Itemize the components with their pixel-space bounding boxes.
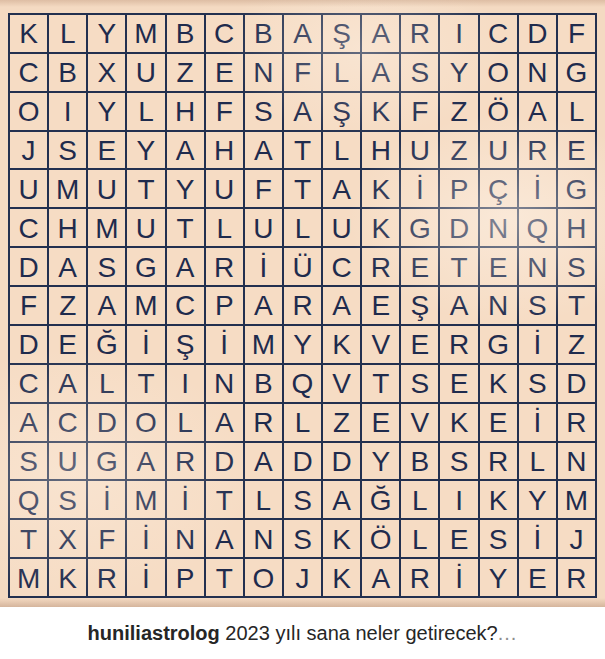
grid-cell: G: [558, 54, 595, 91]
cell-letter: A: [332, 487, 351, 515]
cell-letter: H: [58, 215, 78, 243]
grid-cell: Y: [519, 481, 556, 518]
word-grid: KLYMBCBAŞARICDFCBXUZENFLASYONGOIYLHFSAŞK…: [8, 13, 597, 598]
instagram-post: KLYMBCBAŞARICDFCBXUZENFLASYONGOIYLHFSAŞK…: [0, 0, 605, 659]
cell-letter: T: [294, 137, 311, 165]
grid-cell: S: [519, 365, 556, 402]
grid-cell: D: [440, 209, 477, 246]
cell-letter: E: [450, 526, 469, 554]
grid-cell: O: [245, 559, 282, 596]
cell-letter: E: [528, 565, 547, 593]
grid-cell: L: [401, 481, 438, 518]
grid-cell: L: [323, 54, 360, 91]
cell-letter: A: [371, 565, 390, 593]
cell-letter: L: [177, 409, 193, 437]
grid-cell: A: [167, 132, 204, 169]
cell-letter: Z: [177, 59, 194, 87]
cell-letter: L: [216, 215, 232, 243]
cell-letter: F: [294, 59, 311, 87]
cell-letter: D: [97, 409, 117, 437]
cell-letter: S: [97, 254, 116, 282]
cell-letter: J: [22, 137, 36, 165]
cell-letter: S: [528, 370, 547, 398]
grid-cell: J: [10, 132, 47, 169]
grid-cell: L: [245, 481, 282, 518]
cell-letter: F: [216, 98, 233, 126]
grid-cell: Ö: [480, 93, 517, 130]
grid-cell: A: [127, 443, 164, 480]
cell-letter: T: [216, 565, 233, 593]
cell-letter: Y: [97, 98, 116, 126]
grid-cell: A: [245, 132, 282, 169]
grid-cell: Y: [127, 132, 164, 169]
cell-letter: S: [293, 487, 312, 515]
grid-cell: M: [127, 287, 164, 324]
cell-letter: İ: [103, 487, 111, 515]
cell-letter: Ş: [176, 331, 195, 359]
cell-letter: B: [58, 59, 77, 87]
grid-cell: D: [88, 404, 125, 441]
grid-cell: D: [519, 15, 556, 52]
grid-cell: U: [88, 170, 125, 207]
cell-letter: R: [410, 20, 430, 48]
cell-letter: Q: [18, 487, 40, 515]
cell-letter: R: [214, 254, 234, 282]
grid-cell: U: [480, 132, 517, 169]
grid-cell: A: [49, 248, 86, 285]
grid-cell: İ: [519, 520, 556, 557]
grid-cell: F: [10, 287, 47, 324]
cell-letter: K: [489, 487, 508, 515]
cell-letter: Y: [528, 487, 547, 515]
cell-letter: D: [18, 331, 38, 359]
cell-letter: T: [216, 487, 233, 515]
grid-cell: İ: [401, 170, 438, 207]
grid-cell: R: [362, 248, 399, 285]
grid-cell: B: [167, 15, 204, 52]
cell-letter: Z: [450, 137, 467, 165]
grid-cell: K: [323, 559, 360, 596]
grid-cell: Ğ: [88, 326, 125, 363]
cell-letter: K: [371, 176, 390, 204]
grid-cell: K: [362, 93, 399, 130]
grid-cell: E: [480, 248, 517, 285]
cell-letter: C: [488, 20, 508, 48]
cell-letter: İ: [416, 176, 424, 204]
cell-letter: U: [253, 215, 273, 243]
cell-letter: K: [489, 370, 508, 398]
grid-cell: L: [88, 365, 125, 402]
cell-letter: E: [411, 254, 430, 282]
cell-letter: A: [58, 254, 77, 282]
grid-cell: C: [323, 248, 360, 285]
cell-letter: S: [411, 59, 430, 87]
cell-letter: H: [214, 137, 234, 165]
cell-letter: E: [450, 370, 469, 398]
grid-cell: A: [362, 559, 399, 596]
cell-letter: C: [18, 59, 38, 87]
grid-cell: U: [245, 209, 282, 246]
grid-cell: Ö: [362, 520, 399, 557]
cell-letter: Q: [292, 370, 314, 398]
grid-cell: A: [284, 15, 321, 52]
cell-letter: R: [566, 409, 586, 437]
grid-cell: S: [558, 248, 595, 285]
grid-cell: U: [127, 54, 164, 91]
cell-letter: B: [176, 20, 195, 48]
cell-letter: L: [99, 370, 115, 398]
cell-letter: U: [488, 137, 508, 165]
cell-letter: Y: [450, 59, 469, 87]
cell-letter: Z: [568, 331, 585, 359]
cell-letter: A: [450, 292, 469, 320]
cell-letter: B: [411, 448, 430, 476]
grid-cell: T: [284, 170, 321, 207]
cell-letter: Y: [176, 176, 195, 204]
grid-cell: H: [558, 209, 595, 246]
grid-cell: S: [401, 54, 438, 91]
grid-cell: Y: [284, 326, 321, 363]
caption-more-ellipsis[interactable]: ...: [498, 622, 518, 644]
grid-cell: L: [558, 93, 595, 130]
grid-cell: Y: [88, 15, 125, 52]
grid-cell: T: [10, 520, 47, 557]
grid-cell: E: [49, 326, 86, 363]
cell-letter: D: [332, 448, 352, 476]
cell-letter: T: [294, 176, 311, 204]
grid-cell: T: [558, 287, 595, 324]
cell-letter: V: [411, 409, 430, 437]
cell-letter: G: [487, 331, 509, 359]
grid-cell: M: [49, 170, 86, 207]
grid-cell: J: [284, 559, 321, 596]
grid-cell: A: [519, 93, 556, 130]
cell-letter: Y: [489, 565, 508, 593]
cell-letter: F: [411, 98, 428, 126]
grid-cell: N: [480, 287, 517, 324]
grid-cell: S: [245, 93, 282, 130]
cell-letter: U: [410, 137, 430, 165]
grid-cell: İ: [127, 520, 164, 557]
grid-cell: Z: [558, 326, 595, 363]
grid-cell: E: [206, 54, 243, 91]
cell-letter: C: [214, 20, 234, 48]
cell-letter: I: [64, 98, 72, 126]
cell-letter: L: [334, 137, 350, 165]
grid-cell: F: [284, 54, 321, 91]
grid-cell: S: [10, 443, 47, 480]
grid-cell: A: [206, 520, 243, 557]
grid-cell: A: [245, 287, 282, 324]
caption-text: 2023 yılı sana neler getirecek?: [225, 622, 497, 644]
grid-cell: A: [323, 170, 360, 207]
grid-cell: H: [362, 132, 399, 169]
cell-letter: G: [409, 215, 431, 243]
cell-letter: N: [488, 215, 508, 243]
cell-letter: X: [58, 526, 77, 554]
cell-letter: D: [527, 20, 547, 48]
cell-letter: E: [489, 409, 508, 437]
grid-cell: F: [206, 93, 243, 130]
cell-letter: O: [135, 409, 157, 437]
cell-letter: J: [295, 565, 309, 593]
cell-letter: S: [58, 137, 77, 165]
grid-cell: A: [245, 443, 282, 480]
cell-letter: A: [293, 98, 312, 126]
cell-letter: U: [136, 215, 156, 243]
cell-letter: D: [214, 448, 234, 476]
cell-letter: D: [449, 215, 469, 243]
grid-cell: G: [127, 248, 164, 285]
cell-letter: M: [56, 176, 79, 204]
grid-cell: Y: [88, 93, 125, 130]
grid-cell: G: [480, 326, 517, 363]
cell-letter: S: [19, 448, 38, 476]
grid-cell: S: [401, 365, 438, 402]
grid-cell: İ: [519, 404, 556, 441]
grid-cell: Z: [167, 54, 204, 91]
grid-cell: T: [440, 248, 477, 285]
grid-cell: A: [10, 404, 47, 441]
cell-letter: T: [568, 292, 585, 320]
cell-letter: J: [569, 526, 583, 554]
grid-cell: P: [167, 559, 204, 596]
grid-cell: B: [245, 15, 282, 52]
grid-cell: P: [440, 170, 477, 207]
grid-cell: A: [323, 481, 360, 518]
cell-letter: N: [253, 59, 273, 87]
cell-letter: Ö: [487, 98, 509, 126]
grid-cell: Ş: [401, 287, 438, 324]
grid-cell: L: [323, 132, 360, 169]
cell-letter: Z: [450, 98, 467, 126]
grid-cell: A: [323, 287, 360, 324]
cell-letter: K: [332, 331, 351, 359]
grid-cell: D: [206, 443, 243, 480]
cell-letter: N: [253, 526, 273, 554]
cell-letter: L: [295, 215, 311, 243]
grid-cell: Y: [167, 170, 204, 207]
cell-letter: İ: [533, 176, 541, 204]
grid-cell: C: [10, 365, 47, 402]
grid-cell: U: [127, 209, 164, 246]
grid-cell: İ: [519, 170, 556, 207]
grid-cell: İ: [519, 326, 556, 363]
cell-letter: Q: [526, 215, 548, 243]
grid-cell: N: [558, 443, 595, 480]
grid-cell: S: [480, 520, 517, 557]
grid-cell: D: [10, 326, 47, 363]
cell-letter: C: [18, 215, 38, 243]
grid-cell: U: [206, 170, 243, 207]
grid-cell: T: [206, 481, 243, 518]
grid-cell: A: [284, 93, 321, 130]
grid-cell: R: [480, 443, 517, 480]
cell-letter: Ö: [370, 526, 392, 554]
cell-letter: M: [565, 487, 588, 515]
cell-letter: Ş: [411, 292, 430, 320]
cell-letter: M: [17, 565, 40, 593]
cell-letter: D: [566, 370, 586, 398]
grid-cell: R: [206, 248, 243, 285]
grid-cell: G: [401, 209, 438, 246]
cell-letter: E: [97, 137, 116, 165]
cell-letter: E: [371, 409, 390, 437]
grid-cell: İ: [206, 326, 243, 363]
grid-cell: U: [323, 209, 360, 246]
cell-letter: İ: [455, 565, 463, 593]
cell-letter: P: [450, 176, 469, 204]
grid-cell: D: [558, 365, 595, 402]
grid-cell: G: [558, 170, 595, 207]
cell-letter: S: [567, 254, 586, 282]
cell-letter: L: [256, 487, 272, 515]
cell-letter: L: [412, 487, 428, 515]
cell-letter: F: [20, 292, 37, 320]
cell-letter: S: [489, 526, 508, 554]
cell-letter: A: [371, 20, 390, 48]
grid-cell: L: [127, 93, 164, 130]
cell-letter: T: [177, 215, 194, 243]
cell-letter: E: [411, 331, 430, 359]
word-search-board: KLYMBCBAŞARICDFCBXUZENFLASYONGOIYLHFSAŞK…: [0, 0, 605, 607]
cell-letter: M: [252, 331, 275, 359]
caption-username[interactable]: huniliastrolog: [88, 622, 220, 644]
grid-cell: A: [167, 248, 204, 285]
grid-cell: R: [440, 326, 477, 363]
cell-letter: K: [332, 565, 351, 593]
grid-cell: T: [127, 365, 164, 402]
grid-cell: E: [401, 248, 438, 285]
cell-letter: I: [455, 487, 463, 515]
grid-cell: S: [440, 443, 477, 480]
grid-cell: İ: [88, 481, 125, 518]
grid-cell: Z: [49, 287, 86, 324]
grid-cell: C: [167, 287, 204, 324]
grid-cell: İ: [245, 248, 282, 285]
cell-letter: N: [527, 59, 547, 87]
cell-letter: A: [97, 292, 116, 320]
grid-cell: K: [480, 481, 517, 518]
grid-cell: M: [558, 481, 595, 518]
grid-cell: T: [167, 209, 204, 246]
grid-cell: L: [519, 443, 556, 480]
grid-cell: N: [206, 365, 243, 402]
cell-letter: E: [371, 292, 390, 320]
cell-letter: A: [254, 137, 273, 165]
grid-cell: C: [480, 15, 517, 52]
cell-letter: T: [137, 370, 154, 398]
cell-letter: N: [488, 292, 508, 320]
grid-cell: T: [284, 132, 321, 169]
cell-letter: K: [371, 215, 390, 243]
grid-cell: Ş: [323, 15, 360, 52]
cell-letter: P: [215, 292, 234, 320]
grid-cell: O: [10, 93, 47, 130]
grid-cell: U: [10, 170, 47, 207]
grid-cell: E: [558, 132, 595, 169]
cell-letter: A: [371, 59, 390, 87]
grid-cell: Q: [519, 209, 556, 246]
grid-cell: C: [10, 54, 47, 91]
cell-letter: C: [175, 292, 195, 320]
cell-letter: R: [566, 565, 586, 593]
grid-cell: D: [284, 443, 321, 480]
cell-letter: R: [449, 331, 469, 359]
grid-cell: O: [127, 404, 164, 441]
cell-letter: A: [293, 20, 312, 48]
cell-letter: U: [214, 176, 234, 204]
cell-letter: İ: [220, 331, 228, 359]
cell-letter: D: [18, 254, 38, 282]
cell-letter: Y: [97, 20, 116, 48]
cell-letter: S: [450, 448, 469, 476]
cell-letter: A: [254, 292, 273, 320]
grid-cell: B: [49, 54, 86, 91]
cell-letter: G: [566, 59, 588, 87]
grid-cell: N: [245, 54, 282, 91]
grid-cell: D: [323, 443, 360, 480]
cell-letter: A: [332, 176, 351, 204]
grid-cell: I: [167, 365, 204, 402]
cell-letter: A: [58, 370, 77, 398]
grid-cell: K: [440, 404, 477, 441]
grid-cell: M: [127, 15, 164, 52]
grid-cell: K: [10, 15, 47, 52]
cell-letter: L: [138, 98, 154, 126]
grid-cell: R: [245, 404, 282, 441]
cell-letter: G: [135, 254, 157, 282]
cell-letter: T: [20, 526, 37, 554]
cell-letter: Ş: [332, 20, 351, 48]
cell-letter: T: [450, 254, 467, 282]
grid-cell: R: [519, 132, 556, 169]
cell-letter: İ: [533, 331, 541, 359]
grid-cell: Z: [440, 132, 477, 169]
cell-letter: L: [412, 526, 428, 554]
cell-letter: E: [215, 59, 234, 87]
grid-cell: Y: [362, 443, 399, 480]
cell-letter: M: [134, 487, 157, 515]
grid-cell: İ: [127, 326, 164, 363]
cell-letter: İ: [142, 565, 150, 593]
cell-letter: F: [98, 526, 115, 554]
grid-cell: I: [49, 93, 86, 130]
grid-cell: E: [519, 559, 556, 596]
grid-cell: L: [206, 209, 243, 246]
cell-letter: S: [293, 526, 312, 554]
grid-cell: L: [401, 520, 438, 557]
grid-cell: İ: [440, 559, 477, 596]
grid-cell: K: [323, 520, 360, 557]
grid-cell: I: [440, 481, 477, 518]
grid-cell: S: [284, 520, 321, 557]
cell-letter: İ: [142, 526, 150, 554]
grid-cell: Y: [440, 54, 477, 91]
cell-letter: E: [58, 331, 77, 359]
cell-letter: U: [18, 176, 38, 204]
grid-cell: C: [49, 404, 86, 441]
grid-cell: H: [206, 132, 243, 169]
cell-letter: T: [372, 370, 389, 398]
cell-letter: M: [134, 20, 157, 48]
grid-cell: F: [245, 170, 282, 207]
grid-cell: R: [558, 404, 595, 441]
cell-letter: I: [181, 370, 189, 398]
grid-cell: X: [49, 520, 86, 557]
cell-letter: A: [215, 526, 234, 554]
cell-letter: E: [489, 254, 508, 282]
